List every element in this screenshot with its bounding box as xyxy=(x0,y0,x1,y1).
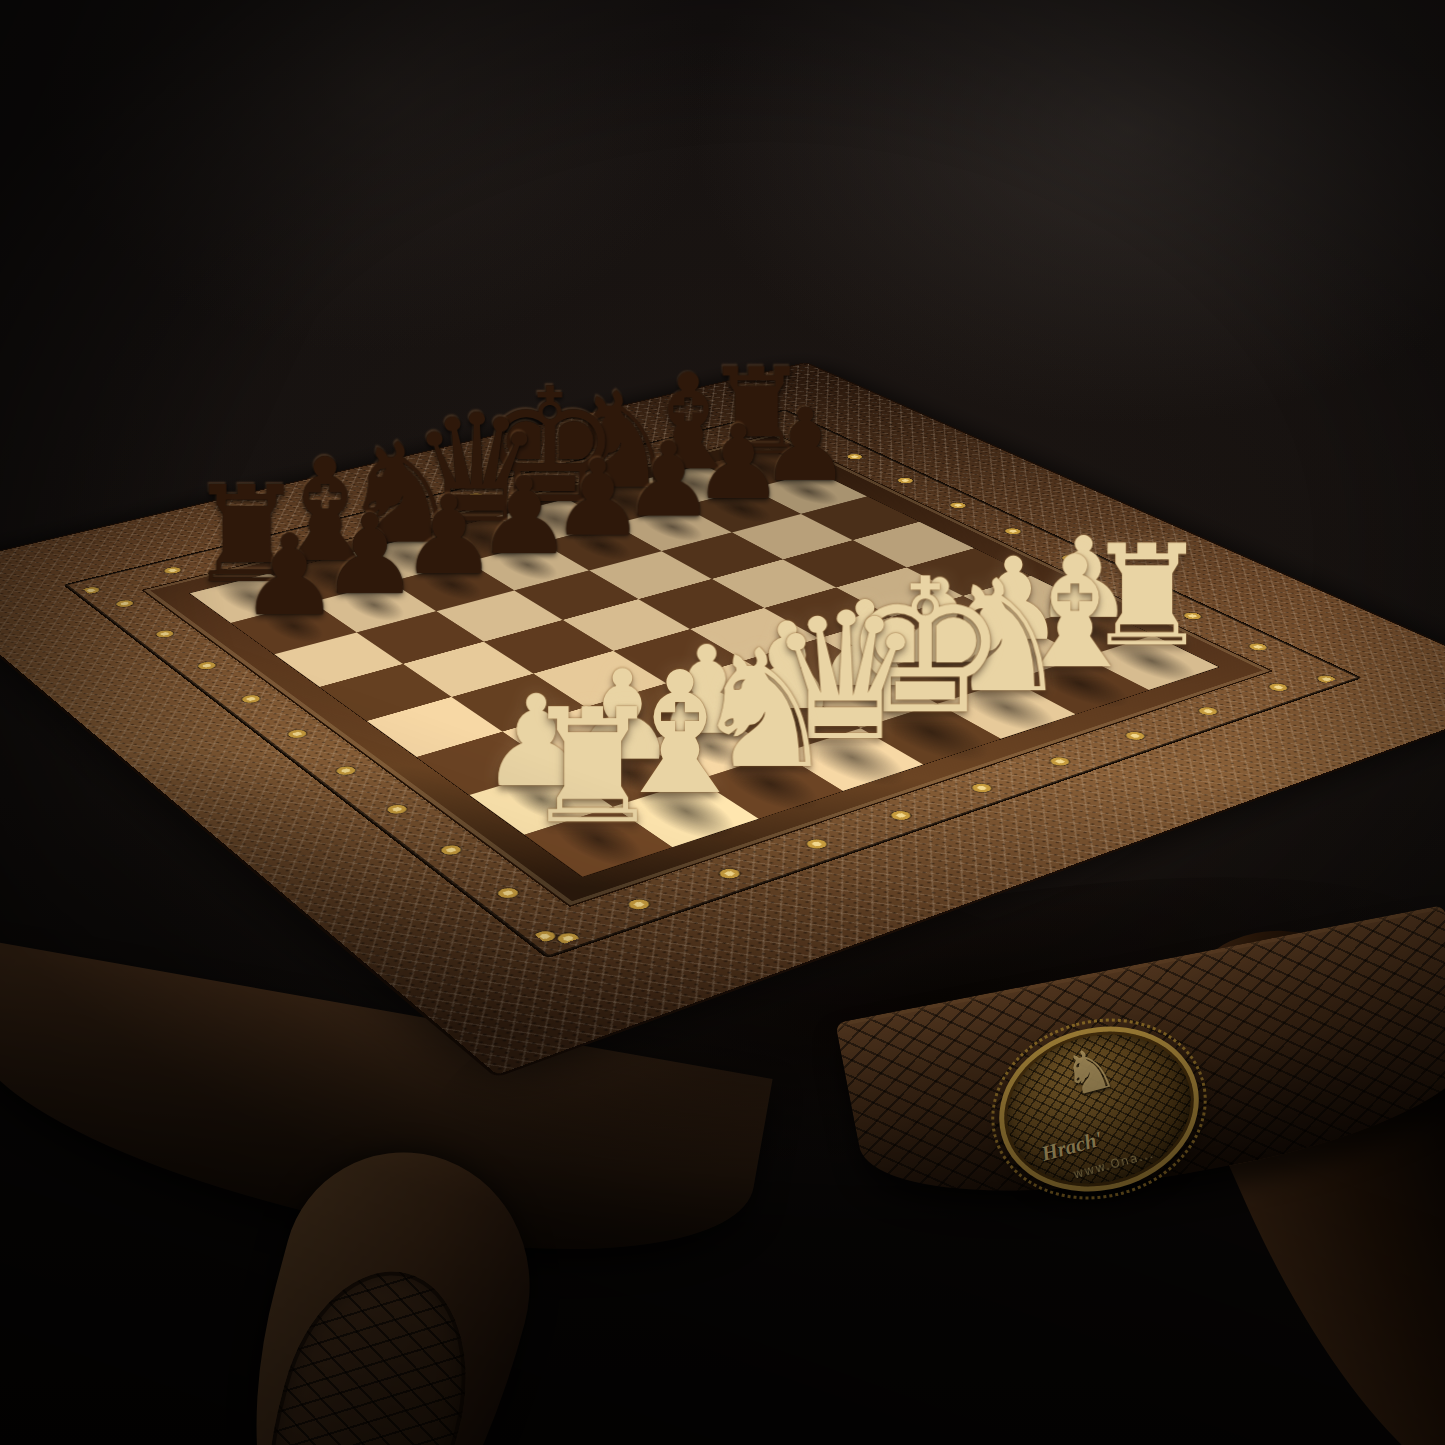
chess-table-photo: ♞ Hrach' www.Ona... ♜♟♟♜♝♟♟♝♞♟♟♞♚♟♟♚♛♟♟♛… xyxy=(0,0,1445,1445)
leg-carved-panel xyxy=(235,1250,494,1445)
piece-glyph: ♜ xyxy=(498,693,687,843)
piece-glyph: ♟ xyxy=(222,522,356,628)
